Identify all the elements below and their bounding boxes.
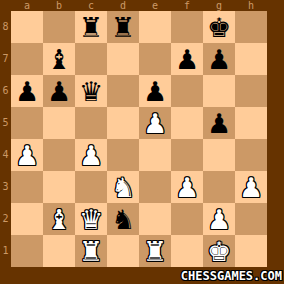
square-f5[interactable]: [171, 107, 203, 139]
square-h1[interactable]: [235, 235, 267, 267]
square-f1[interactable]: [171, 235, 203, 267]
square-d5[interactable]: [107, 107, 139, 139]
square-c5[interactable]: [75, 107, 107, 139]
piece-black-king: ♚: [203, 11, 235, 43]
square-a1[interactable]: [11, 235, 43, 267]
piece-black-knight: ♞: [107, 203, 139, 235]
square-h7[interactable]: [235, 43, 267, 75]
square-g1[interactable]: ♚: [203, 235, 235, 267]
rank-label-8: 8: [0, 11, 11, 43]
square-a4[interactable]: ♟: [11, 139, 43, 171]
piece-black-rook: ♜: [75, 11, 107, 43]
square-c1[interactable]: ♜: [75, 235, 107, 267]
square-e6[interactable]: ♟: [139, 75, 171, 107]
square-e5[interactable]: ♟: [139, 107, 171, 139]
square-c8[interactable]: ♜: [75, 11, 107, 43]
square-f7[interactable]: ♟: [171, 43, 203, 75]
rank-labels: 87654321: [0, 11, 11, 267]
square-a2[interactable]: [11, 203, 43, 235]
rank-label-2: 2: [0, 203, 11, 235]
rank-label-5: 5: [0, 107, 11, 139]
piece-white-rook: ♜: [139, 235, 171, 267]
piece-black-pawn: ♟: [139, 75, 171, 107]
square-g5[interactable]: ♟: [203, 107, 235, 139]
file-label-a: a: [11, 0, 43, 11]
file-label-c: c: [75, 0, 107, 11]
square-d7[interactable]: [107, 43, 139, 75]
square-e2[interactable]: [139, 203, 171, 235]
board-frame: abcdefgh 87654321 ♜♜♚♝♟♟♟♟♛♟♟♟♟♟♞♟♟♝♛♞♟♜…: [0, 0, 284, 284]
square-h8[interactable]: [235, 11, 267, 43]
square-f6[interactable]: [171, 75, 203, 107]
file-labels: abcdefgh: [11, 0, 267, 11]
square-e1[interactable]: ♜: [139, 235, 171, 267]
square-d3[interactable]: ♞: [107, 171, 139, 203]
square-g2[interactable]: ♟: [203, 203, 235, 235]
square-h3[interactable]: ♟: [235, 171, 267, 203]
piece-black-rook: ♜: [107, 11, 139, 43]
chess-board: ♜♜♚♝♟♟♟♟♛♟♟♟♟♟♞♟♟♝♛♞♟♜♜♚: [11, 11, 267, 267]
file-label-d: d: [107, 0, 139, 11]
piece-black-pawn: ♟: [43, 75, 75, 107]
piece-white-pawn: ♟: [11, 139, 43, 171]
file-label-e: e: [139, 0, 171, 11]
square-c7[interactable]: [75, 43, 107, 75]
square-h2[interactable]: [235, 203, 267, 235]
piece-black-queen: ♛: [75, 75, 107, 107]
square-g7[interactable]: ♟: [203, 43, 235, 75]
square-e4[interactable]: [139, 139, 171, 171]
square-g6[interactable]: [203, 75, 235, 107]
piece-black-pawn: ♟: [11, 75, 43, 107]
rank-label-3: 3: [0, 171, 11, 203]
square-d4[interactable]: [107, 139, 139, 171]
square-g8[interactable]: ♚: [203, 11, 235, 43]
square-a6[interactable]: ♟: [11, 75, 43, 107]
square-e3[interactable]: [139, 171, 171, 203]
square-b1[interactable]: [43, 235, 75, 267]
file-label-h: h: [235, 0, 267, 11]
square-c2[interactable]: ♛: [75, 203, 107, 235]
square-g3[interactable]: [203, 171, 235, 203]
piece-white-pawn: ♟: [171, 171, 203, 203]
square-e7[interactable]: [139, 43, 171, 75]
square-h4[interactable]: [235, 139, 267, 171]
rank-label-1: 1: [0, 235, 11, 267]
square-d1[interactable]: [107, 235, 139, 267]
piece-white-bishop: ♝: [43, 203, 75, 235]
square-c4[interactable]: ♟: [75, 139, 107, 171]
square-d6[interactable]: [107, 75, 139, 107]
square-d8[interactable]: ♜: [107, 11, 139, 43]
piece-black-pawn: ♟: [203, 43, 235, 75]
square-b8[interactable]: [43, 11, 75, 43]
piece-white-pawn: ♟: [235, 171, 267, 203]
square-b5[interactable]: [43, 107, 75, 139]
rank-label-4: 4: [0, 139, 11, 171]
piece-white-pawn: ♟: [203, 203, 235, 235]
square-a8[interactable]: [11, 11, 43, 43]
square-b4[interactable]: [43, 139, 75, 171]
rank-label-6: 6: [0, 75, 11, 107]
square-g4[interactable]: [203, 139, 235, 171]
rank-label-7: 7: [0, 43, 11, 75]
file-label-f: f: [171, 0, 203, 11]
square-f4[interactable]: [171, 139, 203, 171]
square-f8[interactable]: [171, 11, 203, 43]
piece-black-pawn: ♟: [203, 107, 235, 139]
watermark-chessgames: CHESSGAMES.COM: [181, 270, 282, 282]
piece-white-king: ♚: [203, 235, 235, 267]
square-c6[interactable]: ♛: [75, 75, 107, 107]
piece-white-rook: ♜: [75, 235, 107, 267]
piece-white-pawn: ♟: [139, 107, 171, 139]
square-h5[interactable]: [235, 107, 267, 139]
square-f3[interactable]: ♟: [171, 171, 203, 203]
square-a3[interactable]: [11, 171, 43, 203]
piece-black-bishop: ♝: [43, 43, 75, 75]
square-c3[interactable]: [75, 171, 107, 203]
square-e8[interactable]: [139, 11, 171, 43]
piece-white-pawn: ♟: [75, 139, 107, 171]
square-a7[interactable]: [11, 43, 43, 75]
file-label-g: g: [203, 0, 235, 11]
square-b7[interactable]: ♝: [43, 43, 75, 75]
piece-white-queen: ♛: [75, 203, 107, 235]
square-d2[interactable]: ♞: [107, 203, 139, 235]
piece-black-pawn: ♟: [171, 43, 203, 75]
square-a5[interactable]: [11, 107, 43, 139]
piece-white-knight: ♞: [107, 171, 139, 203]
square-b2[interactable]: ♝: [43, 203, 75, 235]
square-b6[interactable]: ♟: [43, 75, 75, 107]
square-f2[interactable]: [171, 203, 203, 235]
square-h6[interactable]: [235, 75, 267, 107]
square-b3[interactable]: [43, 171, 75, 203]
file-label-b: b: [43, 0, 75, 11]
